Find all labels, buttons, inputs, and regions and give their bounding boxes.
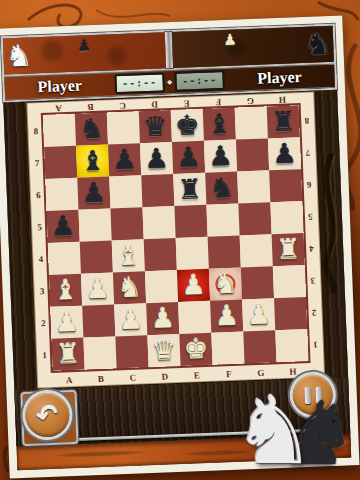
square-a7[interactable]	[44, 146, 77, 179]
square-e5[interactable]	[174, 205, 207, 238]
coord-label: 4	[304, 233, 320, 266]
coord-label: H	[266, 94, 298, 105]
square-h3[interactable]	[273, 265, 306, 298]
square-c7[interactable]: ♟	[108, 143, 141, 176]
square-e6[interactable]: ♜	[173, 173, 206, 206]
square-g4[interactable]	[240, 234, 273, 267]
square-f3[interactable]: ♞	[209, 268, 242, 301]
square-b1[interactable]	[83, 336, 116, 369]
coord-label: 8	[299, 105, 315, 138]
captured-pieces-tray-left: ♟	[3, 32, 166, 74]
coord-label: D	[138, 99, 170, 110]
square-d2[interactable]: ♟	[146, 302, 179, 335]
black-bishop[interactable]: ♝	[80, 146, 105, 177]
undo-icon: ↶	[34, 400, 60, 429]
square-d4[interactable]	[144, 238, 177, 271]
square-a2[interactable]: ♟	[50, 306, 83, 339]
square-d8[interactable]: ♛	[139, 110, 172, 143]
square-g3[interactable]	[241, 266, 274, 299]
square-b3[interactable]: ♟	[81, 272, 114, 305]
square-c4[interactable]: ♝	[112, 239, 145, 272]
square-e4[interactable]	[176, 237, 209, 270]
black-pawn[interactable]: ♟	[81, 178, 106, 209]
square-g5[interactable]	[238, 202, 271, 235]
square-g2[interactable]: ♟	[242, 298, 275, 331]
square-c8[interactable]	[107, 111, 140, 144]
captured-white-pawn: ♟	[223, 32, 237, 49]
square-e3[interactable]: ♟	[177, 269, 210, 302]
square-d5[interactable]	[142, 206, 175, 239]
square-h8[interactable]: ♜	[267, 105, 300, 138]
white-pawn[interactable]: ♟	[214, 301, 239, 332]
black-knight-icon: ♞	[304, 26, 332, 63]
square-d6[interactable]	[141, 174, 174, 207]
coord-label: E	[181, 369, 213, 380]
black-knight[interactable]: ♞	[79, 114, 104, 145]
white-pawn[interactable]: ♟	[181, 270, 206, 301]
coord-label: 3	[34, 275, 50, 308]
black-king[interactable]: ♚	[175, 110, 200, 141]
square-h2[interactable]	[274, 297, 307, 330]
clock-divider-ornament: ◆	[165, 78, 175, 86]
square-b5[interactable]	[78, 208, 111, 241]
square-g6[interactable]	[237, 170, 270, 203]
square-a1[interactable]: ♜	[51, 338, 84, 371]
white-king[interactable]: ♚	[183, 334, 208, 365]
white-rook[interactable]: ♜	[276, 234, 301, 265]
white-pawn[interactable]: ♟	[150, 303, 175, 334]
square-a5[interactable]: ♟	[47, 210, 80, 243]
black-pawn[interactable]: ♟	[208, 141, 233, 172]
white-knight[interactable]: ♞	[117, 272, 142, 303]
square-c3[interactable]: ♞	[113, 271, 146, 304]
pause-button[interactable]	[292, 374, 334, 416]
white-knight[interactable]: ♞	[213, 269, 238, 300]
square-c1[interactable]	[115, 335, 148, 368]
square-a3[interactable]: ♝	[49, 274, 82, 307]
square-f4[interactable]	[208, 236, 241, 269]
square-a6[interactable]	[45, 178, 78, 211]
coord-label: G	[245, 367, 277, 378]
coord-label: 7	[300, 137, 316, 170]
black-rook[interactable]: ♜	[271, 106, 296, 137]
square-h5[interactable]	[270, 201, 303, 234]
black-pawn[interactable]: ♟	[50, 211, 75, 242]
white-pawn[interactable]: ♟	[54, 307, 79, 338]
square-c2[interactable]: ♟	[114, 303, 147, 336]
pause-icon	[304, 386, 322, 404]
square-f8[interactable]: ♝	[203, 108, 236, 141]
coord-label: 2	[306, 296, 322, 329]
square-g8[interactable]	[235, 106, 268, 139]
square-h4[interactable]: ♜	[272, 233, 305, 266]
square-d1[interactable]: ♛	[147, 334, 180, 367]
captured-black-pawn: ♟	[77, 37, 91, 54]
coord-label: 5	[302, 201, 318, 234]
black-bishop[interactable]: ♝	[207, 109, 232, 140]
black-pawn[interactable]: ♟	[144, 143, 169, 174]
white-pawn[interactable]: ♟	[85, 274, 110, 305]
coord-label: C	[106, 100, 138, 111]
white-bishop[interactable]: ♝	[116, 240, 141, 271]
player-left-name: Player	[4, 75, 115, 97]
black-queen[interactable]: ♛	[143, 111, 168, 142]
square-h1[interactable]	[275, 329, 308, 362]
coord-label: B	[85, 373, 117, 384]
square-e7[interactable]: ♟	[172, 141, 205, 174]
wood-carving-ornament	[318, 154, 345, 295]
player-left-clock: --:--	[114, 72, 165, 94]
coord-label: F	[213, 368, 245, 379]
square-a4[interactable]	[48, 242, 81, 275]
square-f1[interactable]	[211, 331, 244, 364]
square-f6[interactable]: ♞	[205, 172, 238, 205]
square-f2[interactable]: ♟	[210, 300, 243, 333]
square-d7[interactable]: ♟	[140, 142, 173, 175]
coord-label: 5	[32, 211, 48, 244]
white-pawn[interactable]: ♟	[118, 304, 143, 335]
coord-label: G	[234, 95, 266, 106]
white-bishop[interactable]: ♝	[53, 275, 78, 306]
coord-label: A	[42, 103, 74, 114]
coord-label: E	[170, 98, 202, 109]
square-h7[interactable]: ♟	[268, 137, 301, 170]
player-right-name: Player	[224, 67, 335, 89]
square-e1[interactable]: ♚	[179, 333, 212, 366]
coord-label: 6	[30, 179, 46, 212]
square-a8[interactable]	[43, 114, 76, 147]
square-f5[interactable]	[206, 204, 239, 237]
coord-label: D	[149, 370, 181, 381]
coord-label: 1	[36, 339, 52, 372]
coord-label: A	[53, 374, 85, 385]
square-b4[interactable]	[80, 240, 113, 273]
black-pawn[interactable]: ♟	[272, 138, 297, 169]
player-left-panel: ♞ ♟	[3, 32, 166, 74]
black-rook[interactable]: ♜	[177, 174, 202, 205]
coord-label: 4	[33, 243, 49, 276]
coord-label: 8	[28, 115, 44, 148]
square-c6[interactable]	[109, 175, 142, 208]
chess-board: HGFEDCBA 87654321 ♞♛♚♝♜♝♟♟♟♟♟♟♜♞♟♝♜♝♟♞♟♞…	[27, 93, 324, 388]
square-e8[interactable]: ♚	[171, 109, 204, 142]
board-grid: ♞♛♚♝♜♝♟♟♟♟♟♟♜♞♟♝♜♝♟♞♟♞♟♟♟♟♟♜♛♚	[43, 105, 309, 371]
white-pawn[interactable]: ♟	[246, 299, 271, 330]
square-e2[interactable]	[178, 301, 211, 334]
square-b8[interactable]: ♞	[75, 113, 108, 146]
black-pawn[interactable]: ♟	[176, 142, 201, 173]
white-queen[interactable]: ♛	[151, 335, 176, 366]
coord-label: F	[202, 97, 234, 108]
game-card: ♞ ♟ ♟ ♞ Player --:-- ◆ --:-- Player HGFE…	[0, 15, 360, 478]
black-knight[interactable]: ♞	[209, 173, 234, 204]
square-b6[interactable]: ♟	[77, 177, 110, 210]
coord-label: H	[277, 365, 309, 376]
coord-label: 3	[305, 264, 321, 297]
coord-label: C	[117, 372, 149, 383]
square-h6[interactable]	[269, 169, 302, 202]
square-g1[interactable]	[243, 330, 276, 363]
player-right-clock: --:--	[174, 70, 225, 92]
square-b7[interactable]: ♝	[76, 145, 109, 178]
square-d3[interactable]	[145, 270, 178, 303]
player-right-panel: ♟ ♞	[171, 26, 334, 68]
coord-label: 7	[29, 147, 45, 180]
coord-label: 2	[35, 307, 51, 340]
square-b2[interactable]	[82, 304, 115, 337]
coord-label: B	[74, 102, 106, 113]
coord-label: 1	[307, 328, 323, 361]
board-area: HGFEDCBA 87654321 ♞♛♚♝♜♝♟♟♟♟♟♟♜♞♟♝♜♝♟♞♟♞…	[3, 90, 348, 391]
white-rook[interactable]: ♜	[55, 339, 80, 370]
square-c5[interactable]	[110, 207, 143, 240]
coord-label: 6	[301, 169, 317, 202]
square-g7[interactable]	[236, 138, 269, 171]
black-pawn[interactable]: ♟	[112, 144, 137, 175]
square-f7[interactable]: ♟	[204, 140, 237, 173]
